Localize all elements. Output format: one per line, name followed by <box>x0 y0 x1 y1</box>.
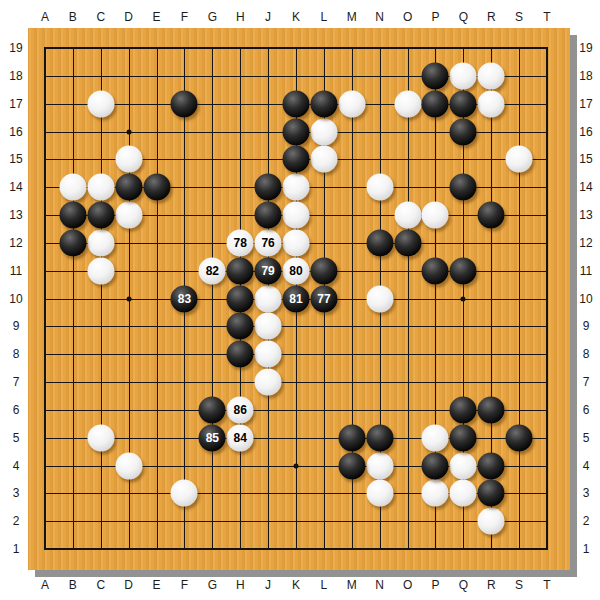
column-label: T <box>543 10 550 24</box>
row-label: 8 <box>13 347 20 361</box>
row-label: 1 <box>583 542 590 556</box>
row-label: 11 <box>10 264 22 278</box>
row-label: 8 <box>583 347 590 361</box>
column-label: S <box>515 10 523 24</box>
column-label: R <box>487 10 496 24</box>
row-label: 13 <box>579 208 592 222</box>
row-label: 17 <box>9 97 22 111</box>
row-label: 1 <box>13 542 20 556</box>
column-label: G <box>208 578 217 592</box>
column-label: D <box>124 10 133 24</box>
row-label: 9 <box>583 319 590 333</box>
column-label: H <box>236 578 245 592</box>
go-board-page: 7876828086847983817785 AABBCCDDEEFFGGHHJ… <box>0 0 600 600</box>
row-label: 15 <box>579 152 592 166</box>
column-label: Q <box>459 10 468 24</box>
column-label: N <box>375 578 384 592</box>
row-label: 15 <box>9 152 22 166</box>
column-label: F <box>181 578 188 592</box>
row-label: 14 <box>579 180 592 194</box>
column-label: H <box>236 10 245 24</box>
column-label: O <box>403 10 412 24</box>
row-label: 19 <box>579 41 592 55</box>
column-label: L <box>321 10 328 24</box>
column-label: O <box>403 578 412 592</box>
column-label: L <box>321 578 328 592</box>
row-label: 18 <box>9 69 22 83</box>
column-label: K <box>292 10 300 24</box>
column-label: B <box>69 10 77 24</box>
column-label: A <box>41 10 49 24</box>
row-label: 12 <box>579 236 592 250</box>
column-label: E <box>153 578 161 592</box>
row-label: 4 <box>583 459 590 473</box>
row-label: 10 <box>579 292 592 306</box>
row-label: 13 <box>9 208 22 222</box>
row-label: 2 <box>13 514 20 528</box>
row-label: 10 <box>9 292 22 306</box>
column-label: A <box>41 578 49 592</box>
column-label: S <box>515 578 523 592</box>
column-label: B <box>69 578 77 592</box>
row-label: 6 <box>13 403 20 417</box>
column-label: J <box>265 10 271 24</box>
row-label: 9 <box>13 319 20 333</box>
column-label: G <box>208 10 217 24</box>
column-label: M <box>347 578 357 592</box>
row-label: 14 <box>9 180 22 194</box>
row-label: 16 <box>579 125 592 139</box>
row-label: 12 <box>9 236 22 250</box>
column-label: D <box>124 578 133 592</box>
row-label: 17 <box>579 97 592 111</box>
row-label: 2 <box>583 514 590 528</box>
row-label: 11 <box>580 264 592 278</box>
column-label: P <box>431 10 439 24</box>
column-label: Q <box>459 578 468 592</box>
row-label: 3 <box>583 486 590 500</box>
row-label: 7 <box>13 375 20 389</box>
row-label: 18 <box>579 69 592 83</box>
row-label: 5 <box>583 431 590 445</box>
column-label: C <box>96 578 105 592</box>
row-label: 19 <box>9 41 22 55</box>
row-label: 7 <box>583 375 590 389</box>
column-label: R <box>487 578 496 592</box>
column-label: C <box>96 10 105 24</box>
column-label: J <box>265 578 271 592</box>
column-label: F <box>181 10 188 24</box>
row-label: 5 <box>13 431 20 445</box>
goban-board[interactable] <box>28 28 570 570</box>
row-label: 3 <box>13 486 20 500</box>
column-label: K <box>292 578 300 592</box>
column-label: E <box>153 10 161 24</box>
column-label: T <box>543 578 550 592</box>
row-label: 16 <box>9 125 22 139</box>
row-label: 4 <box>13 459 20 473</box>
column-label: M <box>347 10 357 24</box>
row-label: 6 <box>583 403 590 417</box>
column-label: N <box>375 10 384 24</box>
column-label: P <box>431 578 439 592</box>
